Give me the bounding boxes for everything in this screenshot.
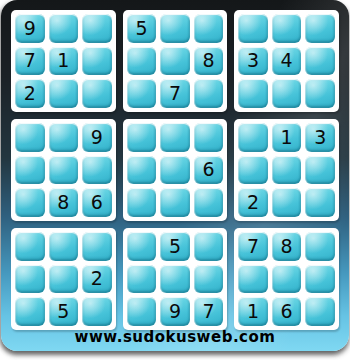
cell-r1c3[interactable]: [82, 14, 112, 43]
cell-r8c5[interactable]: [160, 265, 190, 294]
cell-r4c3[interactable]: 9: [82, 123, 112, 152]
cell-r8c8[interactable]: [272, 265, 302, 294]
box-r0c0: 9712: [11, 10, 116, 112]
cell-r9c6[interactable]: 7: [194, 297, 224, 326]
cell-r7c3[interactable]: [82, 232, 112, 261]
cell-r2c9[interactable]: [305, 47, 335, 76]
cell-r4c4[interactable]: [127, 123, 157, 152]
cell-r7c1[interactable]: [15, 232, 45, 261]
box-r1c2: 132: [234, 119, 339, 221]
cell-r3c2[interactable]: [49, 79, 79, 108]
cell-r5c9[interactable]: [305, 156, 335, 185]
cell-r1c4[interactable]: 5: [127, 14, 157, 43]
cell-r5c1[interactable]: [15, 156, 45, 185]
box-r1c0: 986: [11, 119, 116, 221]
cell-r9c8[interactable]: 6: [272, 297, 302, 326]
cell-r1c1[interactable]: 9: [15, 14, 45, 43]
cell-r8c4[interactable]: [127, 265, 157, 294]
cell-r5c6[interactable]: 6: [194, 156, 224, 185]
cell-r4c5[interactable]: [160, 123, 190, 152]
cell-r4c2[interactable]: [49, 123, 79, 152]
cell-r3c7[interactable]: [238, 79, 268, 108]
cell-r8c2[interactable]: [49, 265, 79, 294]
cell-r3c8[interactable]: [272, 79, 302, 108]
cell-r7c9[interactable]: [305, 232, 335, 261]
cell-r5c8[interactable]: [272, 156, 302, 185]
cell-r1c8[interactable]: [272, 14, 302, 43]
site-url[interactable]: www.sudokusweb.com: [75, 328, 276, 346]
cell-r3c1[interactable]: 2: [15, 79, 45, 108]
box-r1c1: 6: [123, 119, 228, 221]
cell-r9c4[interactable]: [127, 297, 157, 326]
cell-r5c3[interactable]: [82, 156, 112, 185]
cell-r9c7[interactable]: 1: [238, 297, 268, 326]
box-r0c1: 587: [123, 10, 228, 112]
cell-r3c6[interactable]: [194, 79, 224, 108]
sudoku-board: 9712587349866132255977816: [11, 10, 339, 330]
cell-r6c9[interactable]: [305, 188, 335, 217]
cell-r9c5[interactable]: 9: [160, 297, 190, 326]
cell-r2c3[interactable]: [82, 47, 112, 76]
cell-r4c1[interactable]: [15, 123, 45, 152]
cell-r8c7[interactable]: [238, 265, 268, 294]
cell-r6c6[interactable]: [194, 188, 224, 217]
cell-r5c7[interactable]: [238, 156, 268, 185]
cell-r6c1[interactable]: [15, 188, 45, 217]
cell-r2c4[interactable]: [127, 47, 157, 76]
footer-bar: www.sudokusweb.com: [1, 326, 349, 348]
box-r2c2: 7816: [234, 228, 339, 330]
cell-r3c5[interactable]: 7: [160, 79, 190, 108]
cell-r6c7[interactable]: 2: [238, 188, 268, 217]
cell-r5c4[interactable]: [127, 156, 157, 185]
cell-r8c3[interactable]: 2: [82, 265, 112, 294]
cell-r5c2[interactable]: [49, 156, 79, 185]
cell-r2c2[interactable]: 1: [49, 47, 79, 76]
cell-r7c6[interactable]: [194, 232, 224, 261]
cell-r1c7[interactable]: [238, 14, 268, 43]
cell-r3c3[interactable]: [82, 79, 112, 108]
cell-r6c8[interactable]: [272, 188, 302, 217]
cell-r2c1[interactable]: 7: [15, 47, 45, 76]
cell-r9c2[interactable]: 5: [49, 297, 79, 326]
cell-r8c9[interactable]: [305, 265, 335, 294]
cell-r8c6[interactable]: [194, 265, 224, 294]
cell-r2c5[interactable]: [160, 47, 190, 76]
box-r2c0: 25: [11, 228, 116, 330]
cell-r9c3[interactable]: [82, 297, 112, 326]
box-r2c1: 597: [123, 228, 228, 330]
cell-r9c1[interactable]: [15, 297, 45, 326]
cell-r7c5[interactable]: 5: [160, 232, 190, 261]
cell-r6c5[interactable]: [160, 188, 190, 217]
sudoku-widget: 9712587349866132255977816 www.sudokusweb…: [1, 0, 349, 351]
cell-r7c8[interactable]: 8: [272, 232, 302, 261]
cell-r1c9[interactable]: [305, 14, 335, 43]
cell-r1c6[interactable]: [194, 14, 224, 43]
cell-r4c6[interactable]: [194, 123, 224, 152]
cell-r6c3[interactable]: 6: [82, 188, 112, 217]
cell-r7c7[interactable]: 7: [238, 232, 268, 261]
cell-r7c4[interactable]: [127, 232, 157, 261]
cell-r6c4[interactable]: [127, 188, 157, 217]
cell-r5c5[interactable]: [160, 156, 190, 185]
cell-r2c7[interactable]: 3: [238, 47, 268, 76]
cell-r6c2[interactable]: 8: [49, 188, 79, 217]
cell-r7c2[interactable]: [49, 232, 79, 261]
cell-r4c7[interactable]: [238, 123, 268, 152]
cell-r3c9[interactable]: [305, 79, 335, 108]
cell-r2c8[interactable]: 4: [272, 47, 302, 76]
cell-r4c9[interactable]: 3: [305, 123, 335, 152]
box-r0c2: 34: [234, 10, 339, 112]
cell-r1c5[interactable]: [160, 14, 190, 43]
page: 9712587349866132255977816 www.sudokusweb…: [0, 0, 350, 360]
cell-r3c4[interactable]: [127, 79, 157, 108]
cell-r1c2[interactable]: [49, 14, 79, 43]
cell-r9c9[interactable]: [305, 297, 335, 326]
cell-r2c6[interactable]: 8: [194, 47, 224, 76]
cell-r8c1[interactable]: [15, 265, 45, 294]
cell-r4c8[interactable]: 1: [272, 123, 302, 152]
